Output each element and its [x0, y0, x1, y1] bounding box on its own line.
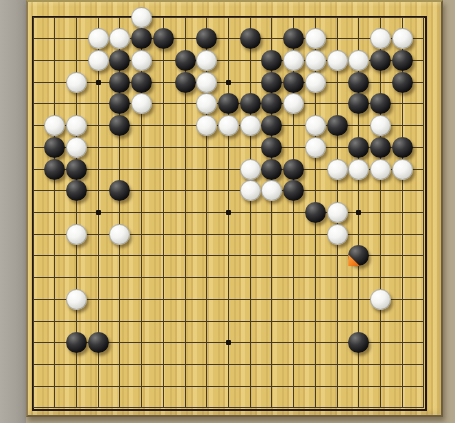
last-move-triangle-marker — [348, 254, 360, 266]
grid-line-horizontal — [33, 386, 424, 387]
grid-line-horizontal — [33, 364, 424, 365]
white-stone[interactable] — [327, 159, 348, 180]
black-stone[interactable] — [44, 159, 65, 180]
white-stone[interactable] — [240, 159, 261, 180]
white-stone[interactable] — [392, 28, 413, 49]
white-stone[interactable] — [66, 289, 87, 310]
grid-line-horizontal — [33, 321, 424, 322]
grid-line-horizontal — [33, 407, 424, 408]
star-point — [96, 210, 101, 215]
black-stone[interactable] — [88, 332, 109, 353]
grid-line-vertical — [250, 17, 251, 408]
star-point — [96, 80, 101, 85]
white-stone[interactable] — [88, 50, 109, 71]
black-stone[interactable] — [370, 137, 391, 158]
black-stone[interactable] — [153, 28, 174, 49]
white-stone[interactable] — [218, 115, 239, 136]
window-left-gutter — [0, 0, 26, 423]
black-stone[interactable] — [66, 159, 87, 180]
grid-area[interactable] — [33, 17, 424, 408]
white-stone[interactable] — [370, 115, 391, 136]
black-stone[interactable] — [240, 28, 261, 49]
white-stone[interactable] — [66, 224, 87, 245]
white-stone[interactable] — [327, 224, 348, 245]
star-point — [356, 210, 361, 215]
white-stone[interactable] — [109, 224, 130, 245]
white-stone[interactable] — [327, 50, 348, 71]
star-point — [226, 210, 231, 215]
white-stone[interactable] — [66, 115, 87, 136]
white-stone[interactable] — [305, 28, 326, 49]
white-stone[interactable] — [88, 28, 109, 49]
white-stone[interactable] — [348, 159, 369, 180]
white-stone[interactable] — [283, 50, 304, 71]
white-stone[interactable] — [305, 115, 326, 136]
grid-line-horizontal — [33, 277, 424, 278]
black-stone[interactable] — [348, 72, 369, 93]
black-stone[interactable] — [283, 159, 304, 180]
grid-line-vertical — [380, 17, 381, 408]
black-stone[interactable] — [240, 93, 261, 114]
black-stone[interactable] — [348, 137, 369, 158]
black-stone[interactable] — [305, 202, 326, 223]
white-stone[interactable] — [240, 180, 261, 201]
white-stone[interactable] — [131, 7, 152, 28]
grid-line-horizontal — [33, 299, 424, 300]
white-stone[interactable] — [370, 159, 391, 180]
black-stone[interactable] — [131, 72, 152, 93]
white-stone[interactable] — [305, 137, 326, 158]
black-stone[interactable] — [175, 50, 196, 71]
grid-line-vertical — [423, 17, 424, 408]
black-stone[interactable] — [175, 72, 196, 93]
black-stone[interactable] — [370, 50, 391, 71]
white-stone[interactable] — [66, 72, 87, 93]
black-stone[interactable] — [327, 115, 348, 136]
grid-line-horizontal — [33, 234, 424, 235]
black-stone[interactable] — [283, 72, 304, 93]
black-stone[interactable] — [261, 72, 282, 93]
white-stone[interactable] — [370, 289, 391, 310]
black-stone[interactable] — [392, 50, 413, 71]
white-stone[interactable] — [66, 137, 87, 158]
go-board[interactable] — [26, 0, 443, 417]
black-stone[interactable] — [392, 72, 413, 93]
white-stone[interactable] — [305, 72, 326, 93]
white-stone[interactable] — [327, 202, 348, 223]
white-stone[interactable] — [305, 50, 326, 71]
white-stone[interactable] — [196, 72, 217, 93]
black-stone[interactable] — [261, 159, 282, 180]
star-point — [226, 80, 231, 85]
white-stone[interactable] — [392, 159, 413, 180]
star-point — [226, 340, 231, 345]
white-stone[interactable] — [240, 115, 261, 136]
white-stone[interactable] — [131, 50, 152, 71]
black-stone[interactable] — [44, 137, 65, 158]
black-stone[interactable] — [109, 72, 130, 93]
black-stone[interactable] — [392, 137, 413, 158]
